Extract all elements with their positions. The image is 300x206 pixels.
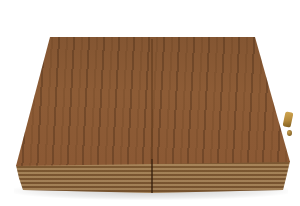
latch-knob-icon bbox=[287, 130, 292, 136]
brass-latch-icon bbox=[283, 111, 294, 127]
chess-set-photo bbox=[0, 0, 300, 206]
fold-seam bbox=[151, 39, 153, 193]
